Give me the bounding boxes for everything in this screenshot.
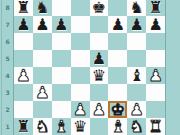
square-b6[interactable] [33,33,52,50]
square-d8[interactable] [71,0,90,16]
square-c3[interactable] [52,84,71,101]
square-g7[interactable]: ♟ [127,16,146,33]
piece-black-rook[interactable]: ♜ [16,0,30,16]
square-h6[interactable] [146,33,165,50]
rank-label-1: 1 [2,118,13,135]
square-a5[interactable] [14,50,33,67]
square-f7[interactable]: ♟ [108,16,127,33]
square-e2[interactable]: ♟ [90,101,109,118]
piece-white-pawn[interactable]: ♟ [35,84,49,101]
square-e3[interactable] [90,84,109,101]
square-g6[interactable] [127,33,146,50]
piece-white-bishop[interactable]: ♝ [111,118,125,135]
square-g2[interactable]: ♟ [127,101,146,118]
square-h2[interactable] [146,101,165,118]
piece-black-pawn[interactable]: ♟ [54,16,68,33]
square-g4[interactable]: ♝ [127,67,146,84]
square-a6[interactable] [14,33,33,50]
square-b7[interactable]: ♟ [33,16,52,33]
square-h7[interactable]: ♟ [146,16,165,33]
piece-white-knight[interactable]: ♞ [130,118,144,135]
square-b8[interactable]: ♞ [33,0,52,16]
piece-black-pawn[interactable]: ♟ [148,16,162,33]
square-c8[interactable] [52,0,71,16]
chess-board: ♜♞♚♞♜♟♟♟♟♟♟♟♟♛♝♟♟♟♟♚♟♜♞♝♛♝♞♜ [13,0,166,135]
piece-black-king[interactable]: ♚ [92,0,106,16]
square-c5[interactable] [52,50,71,67]
piece-white-knight[interactable]: ♞ [35,118,49,135]
rank-label-8: 8 [2,0,13,16]
piece-black-knight[interactable]: ♞ [35,0,49,16]
square-a1[interactable]: ♜ [14,118,33,135]
square-h5[interactable] [146,50,165,67]
piece-black-pawn[interactable]: ♟ [16,16,30,33]
rank-label-3: 3 [2,84,13,101]
square-b4[interactable] [33,67,52,84]
square-f6[interactable] [108,33,127,50]
square-e7[interactable] [90,16,109,33]
piece-white-rook[interactable]: ♜ [148,118,162,135]
square-c2[interactable] [52,101,71,118]
piece-black-rook[interactable]: ♜ [148,0,162,16]
piece-black-knight[interactable]: ♞ [130,0,144,16]
square-b1[interactable]: ♞ [33,118,52,135]
square-d2[interactable]: ♟ [71,101,90,118]
square-g1[interactable]: ♞ [127,118,146,135]
piece-white-king[interactable]: ♚ [111,101,125,118]
chess-board-app: 8 7 6 5 4 3 2 1 ♜♞♚♞♜♟♟♟♟♟♟♟♟♛♝♟♟♟♟♚♟♜♞♝… [0,0,180,135]
piece-white-bishop[interactable]: ♝ [54,118,68,135]
rank-label-6: 6 [2,33,13,50]
square-b3[interactable]: ♟ [33,84,52,101]
square-d4[interactable] [71,67,90,84]
square-d3[interactable] [71,84,90,101]
square-c4[interactable] [52,67,71,84]
square-a3[interactable] [14,84,33,101]
square-e6[interactable] [90,33,109,50]
square-g8[interactable]: ♞ [127,0,146,16]
square-c7[interactable]: ♟ [52,16,71,33]
square-f4[interactable] [108,67,127,84]
rank-label-5: 5 [2,50,13,67]
square-d1[interactable]: ♛ [71,118,90,135]
square-h1[interactable]: ♜ [146,118,165,135]
square-d5[interactable] [71,50,90,67]
piece-white-pawn[interactable]: ♟ [148,67,162,84]
piece-black-pawn[interactable]: ♟ [130,16,144,33]
square-f1[interactable]: ♝ [108,118,127,135]
square-b2[interactable] [33,101,52,118]
square-h3[interactable] [146,84,165,101]
rank-labels: 8 7 6 5 4 3 2 1 [2,0,13,135]
square-c6[interactable] [52,33,71,50]
piece-black-bishop[interactable]: ♝ [130,67,144,84]
piece-black-rook[interactable]: ♜ [16,118,30,135]
rank-label-2: 2 [2,101,13,118]
square-c1[interactable]: ♝ [52,118,71,135]
piece-white-pawn[interactable]: ♟ [130,101,144,118]
square-e1[interactable] [90,118,109,135]
piece-black-pawn[interactable]: ♟ [35,16,49,33]
square-e5[interactable]: ♟ [90,50,109,67]
piece-black-queen[interactable]: ♛ [92,67,106,84]
rank-label-4: 4 [2,67,13,84]
square-d7[interactable] [71,16,90,33]
rank-label-7: 7 [2,16,13,33]
square-d6[interactable] [71,33,90,50]
square-a7[interactable]: ♟ [14,16,33,33]
square-e8[interactable]: ♚ [90,0,109,16]
piece-black-pawn[interactable]: ♟ [92,50,106,67]
square-h4[interactable]: ♟ [146,67,165,84]
square-f5[interactable] [108,50,127,67]
square-f2[interactable]: ♚ [108,101,127,118]
square-f3[interactable] [108,84,127,101]
piece-black-pawn[interactable]: ♟ [111,16,125,33]
piece-black-queen[interactable]: ♛ [73,118,87,135]
square-h8[interactable]: ♜ [146,0,165,16]
square-b5[interactable] [33,50,52,67]
square-f8[interactable] [108,0,127,16]
piece-white-pawn[interactable]: ♟ [92,101,106,118]
square-a2[interactable] [14,101,33,118]
square-g5[interactable] [127,50,146,67]
square-a8[interactable]: ♜ [14,0,33,16]
square-a4[interactable]: ♟ [14,67,33,84]
piece-white-pawn[interactable]: ♟ [16,67,30,84]
square-g3[interactable] [127,84,146,101]
square-e4[interactable]: ♛ [90,67,109,84]
piece-white-pawn[interactable]: ♟ [73,101,87,118]
